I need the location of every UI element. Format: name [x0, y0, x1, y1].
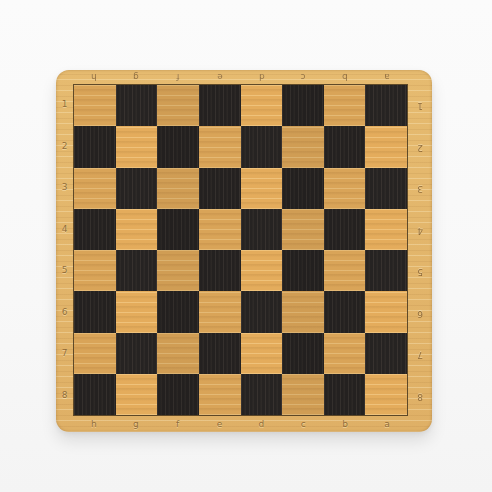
- square-g2[interactable]: [116, 126, 158, 167]
- file-labels-bottom-a: a: [366, 416, 408, 432]
- square-a4[interactable]: [365, 209, 407, 250]
- file-labels-bottom-e: e: [199, 416, 241, 432]
- square-b7[interactable]: [324, 333, 366, 374]
- square-f4[interactable]: [157, 209, 199, 250]
- rank-labels-left-8: 8: [56, 375, 73, 417]
- square-g8[interactable]: [116, 374, 158, 415]
- square-e3[interactable]: [199, 168, 241, 209]
- square-b2[interactable]: [324, 126, 366, 167]
- file-labels-top-f: f: [157, 70, 199, 84]
- square-f1[interactable]: [157, 85, 199, 126]
- square-c3[interactable]: [282, 168, 324, 209]
- rank-labels-right-5: 5: [408, 250, 432, 292]
- square-h2[interactable]: [74, 126, 116, 167]
- square-h4[interactable]: [74, 209, 116, 250]
- file-labels-top: hgfedcba: [73, 70, 408, 84]
- square-d2[interactable]: [241, 126, 283, 167]
- square-b3[interactable]: [324, 168, 366, 209]
- rank-labels-right: 12345678: [408, 84, 432, 416]
- rank-labels-right-6: 6: [408, 292, 432, 334]
- file-labels-bottom: hgfedcba: [73, 416, 408, 432]
- file-labels-bottom-b: b: [324, 416, 366, 432]
- file-labels-bottom-h: h: [73, 416, 115, 432]
- rank-labels-right-7: 7: [408, 333, 432, 375]
- square-c4[interactable]: [282, 209, 324, 250]
- square-a5[interactable]: [365, 250, 407, 291]
- square-c5[interactable]: [282, 250, 324, 291]
- file-labels-bottom-d: d: [241, 416, 283, 432]
- square-b6[interactable]: [324, 291, 366, 332]
- square-d4[interactable]: [241, 209, 283, 250]
- photo-background: hgfedcba hgfedcba 12345678 12345678: [0, 0, 492, 492]
- square-b4[interactable]: [324, 209, 366, 250]
- square-f8[interactable]: [157, 374, 199, 415]
- rank-labels-right-1: 1: [408, 84, 432, 126]
- square-h5[interactable]: [74, 250, 116, 291]
- rank-labels-left-6: 6: [56, 292, 73, 334]
- square-a1[interactable]: [365, 85, 407, 126]
- chess-board: hgfedcba hgfedcba 12345678 12345678: [56, 70, 432, 432]
- square-c8[interactable]: [282, 374, 324, 415]
- square-e2[interactable]: [199, 126, 241, 167]
- file-labels-bottom-g: g: [115, 416, 157, 432]
- file-labels-bottom-f: f: [157, 416, 199, 432]
- rank-labels-right-8: 8: [408, 375, 432, 417]
- square-d5[interactable]: [241, 250, 283, 291]
- square-g6[interactable]: [116, 291, 158, 332]
- square-d7[interactable]: [241, 333, 283, 374]
- file-labels-bottom-c: c: [282, 416, 324, 432]
- square-f5[interactable]: [157, 250, 199, 291]
- square-b8[interactable]: [324, 374, 366, 415]
- square-c1[interactable]: [282, 85, 324, 126]
- rank-labels-left-3: 3: [56, 167, 73, 209]
- rank-labels-left-4: 4: [56, 209, 73, 251]
- square-e8[interactable]: [199, 374, 241, 415]
- rank-labels-left-7: 7: [56, 333, 73, 375]
- rank-labels-left-2: 2: [56, 126, 73, 168]
- square-f3[interactable]: [157, 168, 199, 209]
- square-g3[interactable]: [116, 168, 158, 209]
- square-c2[interactable]: [282, 126, 324, 167]
- square-h6[interactable]: [74, 291, 116, 332]
- square-h7[interactable]: [74, 333, 116, 374]
- square-d1[interactable]: [241, 85, 283, 126]
- square-e7[interactable]: [199, 333, 241, 374]
- square-b1[interactable]: [324, 85, 366, 126]
- square-f2[interactable]: [157, 126, 199, 167]
- board-grid: [73, 84, 408, 416]
- square-c6[interactable]: [282, 291, 324, 332]
- square-a8[interactable]: [365, 374, 407, 415]
- file-labels-top-d: d: [241, 70, 283, 84]
- rank-labels-right-3: 3: [408, 167, 432, 209]
- file-labels-top-b: b: [324, 70, 366, 84]
- square-d8[interactable]: [241, 374, 283, 415]
- square-g7[interactable]: [116, 333, 158, 374]
- square-f7[interactable]: [157, 333, 199, 374]
- square-h1[interactable]: [74, 85, 116, 126]
- square-g5[interactable]: [116, 250, 158, 291]
- file-labels-top-h: h: [73, 70, 115, 84]
- file-labels-top-g: g: [115, 70, 157, 84]
- file-labels-top-e: e: [199, 70, 241, 84]
- square-c7[interactable]: [282, 333, 324, 374]
- square-h8[interactable]: [74, 374, 116, 415]
- square-f6[interactable]: [157, 291, 199, 332]
- square-a3[interactable]: [365, 168, 407, 209]
- square-a7[interactable]: [365, 333, 407, 374]
- file-labels-top-c: c: [282, 70, 324, 84]
- rank-labels-left-1: 1: [56, 84, 73, 126]
- square-g4[interactable]: [116, 209, 158, 250]
- rank-labels-left: 12345678: [56, 84, 73, 416]
- square-e1[interactable]: [199, 85, 241, 126]
- square-g1[interactable]: [116, 85, 158, 126]
- rank-labels-right-2: 2: [408, 126, 432, 168]
- file-labels-top-a: a: [366, 70, 408, 84]
- square-a2[interactable]: [365, 126, 407, 167]
- square-e5[interactable]: [199, 250, 241, 291]
- rank-labels-right-4: 4: [408, 209, 432, 251]
- rank-labels-left-5: 5: [56, 250, 73, 292]
- square-a6[interactable]: [365, 291, 407, 332]
- square-h3[interactable]: [74, 168, 116, 209]
- square-d6[interactable]: [241, 291, 283, 332]
- square-e4[interactable]: [199, 209, 241, 250]
- square-b5[interactable]: [324, 250, 366, 291]
- square-d3[interactable]: [241, 168, 283, 209]
- square-e6[interactable]: [199, 291, 241, 332]
